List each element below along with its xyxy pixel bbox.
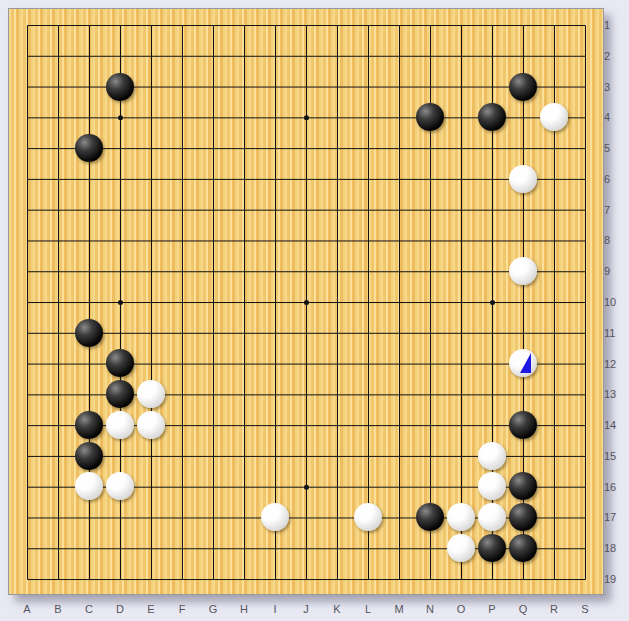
point-E11[interactable] [136,317,167,348]
point-G16[interactable] [198,471,229,502]
point-K14[interactable] [322,410,353,441]
point-B19[interactable] [43,563,74,594]
point-Q7[interactable] [508,194,539,225]
point-H6[interactable] [229,163,260,194]
point-K4[interactable] [322,102,353,133]
point-S14[interactable] [570,410,601,441]
point-H10[interactable] [229,286,260,317]
point-F11[interactable] [167,317,198,348]
point-N18[interactable] [415,533,446,564]
point-Q1[interactable] [508,10,539,41]
point-F18[interactable] [167,533,198,564]
point-R16[interactable] [539,471,570,502]
point-A9[interactable] [12,256,43,287]
point-A3[interactable] [12,71,43,102]
point-D5[interactable] [105,133,136,164]
point-A13[interactable] [12,379,43,410]
point-S18[interactable] [570,533,601,564]
point-R9[interactable] [539,256,570,287]
point-G14[interactable] [198,410,229,441]
point-D2[interactable] [105,40,136,71]
point-H8[interactable] [229,225,260,256]
point-S4[interactable] [570,102,601,133]
point-A11[interactable] [12,317,43,348]
point-R15[interactable] [539,440,570,471]
point-N14[interactable] [415,410,446,441]
point-L11[interactable] [353,317,384,348]
point-P16[interactable] [477,471,508,502]
point-K15[interactable] [322,440,353,471]
point-R18[interactable] [539,533,570,564]
point-R6[interactable] [539,163,570,194]
point-A16[interactable] [12,471,43,502]
point-J5[interactable] [291,133,322,164]
point-O8[interactable] [446,225,477,256]
point-E6[interactable] [136,163,167,194]
point-H1[interactable] [229,10,260,41]
point-B14[interactable] [43,410,74,441]
point-N4[interactable] [415,102,446,133]
point-O9[interactable] [446,256,477,287]
point-R4[interactable] [539,102,570,133]
point-Q11[interactable] [508,317,539,348]
point-L9[interactable] [353,256,384,287]
point-G18[interactable] [198,533,229,564]
point-K18[interactable] [322,533,353,564]
point-N13[interactable] [415,379,446,410]
point-S16[interactable] [570,471,601,502]
point-J1[interactable] [291,10,322,41]
point-R5[interactable] [539,133,570,164]
point-A8[interactable] [12,225,43,256]
point-D18[interactable] [105,533,136,564]
point-I18[interactable] [260,533,291,564]
point-R12[interactable] [539,348,570,379]
point-P13[interactable] [477,379,508,410]
point-A15[interactable] [12,440,43,471]
point-L14[interactable] [353,410,384,441]
point-G3[interactable] [198,71,229,102]
point-I1[interactable] [260,10,291,41]
point-L17[interactable] [353,502,384,533]
point-Q18[interactable] [508,533,539,564]
point-E14[interactable] [136,410,167,441]
point-F9[interactable] [167,256,198,287]
point-E1[interactable] [136,10,167,41]
point-H18[interactable] [229,533,260,564]
point-B6[interactable] [43,163,74,194]
point-H17[interactable] [229,502,260,533]
point-G7[interactable] [198,194,229,225]
point-M11[interactable] [384,317,415,348]
point-Q10[interactable] [508,286,539,317]
point-K1[interactable] [322,10,353,41]
point-C11[interactable] [74,317,105,348]
point-M5[interactable] [384,133,415,164]
point-L1[interactable] [353,10,384,41]
point-D3[interactable] [105,71,136,102]
point-K8[interactable] [322,225,353,256]
point-C8[interactable] [74,225,105,256]
point-B9[interactable] [43,256,74,287]
point-E3[interactable] [136,71,167,102]
point-L6[interactable] [353,163,384,194]
point-A18[interactable] [12,533,43,564]
point-E13[interactable] [136,379,167,410]
point-S8[interactable] [570,225,601,256]
point-H12[interactable] [229,348,260,379]
point-F14[interactable] [167,410,198,441]
point-K6[interactable] [322,163,353,194]
point-P19[interactable] [477,563,508,594]
point-B17[interactable] [43,502,74,533]
point-N16[interactable] [415,471,446,502]
point-J2[interactable] [291,40,322,71]
point-O17[interactable] [446,502,477,533]
point-C15[interactable] [74,440,105,471]
point-J18[interactable] [291,533,322,564]
point-M19[interactable] [384,563,415,594]
point-N2[interactable] [415,40,446,71]
point-H15[interactable] [229,440,260,471]
point-P9[interactable] [477,256,508,287]
point-K5[interactable] [322,133,353,164]
point-I3[interactable] [260,71,291,102]
point-E10[interactable] [136,286,167,317]
point-Q2[interactable] [508,40,539,71]
point-Q9[interactable] [508,256,539,287]
point-C13[interactable] [74,379,105,410]
point-F1[interactable] [167,10,198,41]
point-K16[interactable] [322,471,353,502]
point-O19[interactable] [446,563,477,594]
point-D14[interactable] [105,410,136,441]
point-L2[interactable] [353,40,384,71]
point-C19[interactable] [74,563,105,594]
point-S12[interactable] [570,348,601,379]
point-B8[interactable] [43,225,74,256]
point-N3[interactable] [415,71,446,102]
point-H2[interactable] [229,40,260,71]
point-D4[interactable] [105,102,136,133]
point-N6[interactable] [415,163,446,194]
point-K11[interactable] [322,317,353,348]
point-L15[interactable] [353,440,384,471]
point-G19[interactable] [198,563,229,594]
point-J7[interactable] [291,194,322,225]
point-C5[interactable] [74,133,105,164]
point-K17[interactable] [322,502,353,533]
point-D16[interactable] [105,471,136,502]
point-I9[interactable] [260,256,291,287]
point-S6[interactable] [570,163,601,194]
point-S3[interactable] [570,71,601,102]
point-E8[interactable] [136,225,167,256]
point-P2[interactable] [477,40,508,71]
point-I4[interactable] [260,102,291,133]
point-E19[interactable] [136,563,167,594]
point-N8[interactable] [415,225,446,256]
point-A12[interactable] [12,348,43,379]
point-L13[interactable] [353,379,384,410]
point-J4[interactable] [291,102,322,133]
point-C3[interactable] [74,71,105,102]
point-F7[interactable] [167,194,198,225]
point-C14[interactable] [74,410,105,441]
point-O14[interactable] [446,410,477,441]
point-G4[interactable] [198,102,229,133]
point-K19[interactable] [322,563,353,594]
point-M18[interactable] [384,533,415,564]
point-M15[interactable] [384,440,415,471]
point-N5[interactable] [415,133,446,164]
point-E16[interactable] [136,471,167,502]
point-B11[interactable] [43,317,74,348]
point-F4[interactable] [167,102,198,133]
point-A17[interactable] [12,502,43,533]
point-G15[interactable] [198,440,229,471]
point-M10[interactable] [384,286,415,317]
point-N12[interactable] [415,348,446,379]
point-C2[interactable] [74,40,105,71]
point-I16[interactable] [260,471,291,502]
point-H9[interactable] [229,256,260,287]
point-B1[interactable] [43,10,74,41]
point-A19[interactable] [12,563,43,594]
point-F19[interactable] [167,563,198,594]
point-G6[interactable] [198,163,229,194]
point-L4[interactable] [353,102,384,133]
point-I14[interactable] [260,410,291,441]
point-Q14[interactable] [508,410,539,441]
point-P12[interactable] [477,348,508,379]
point-G1[interactable] [198,10,229,41]
point-S5[interactable] [570,133,601,164]
point-K3[interactable] [322,71,353,102]
point-A4[interactable] [12,102,43,133]
point-D7[interactable] [105,194,136,225]
point-F10[interactable] [167,286,198,317]
point-F16[interactable] [167,471,198,502]
point-Q8[interactable] [508,225,539,256]
point-C9[interactable] [74,256,105,287]
point-E17[interactable] [136,502,167,533]
point-B7[interactable] [43,194,74,225]
point-P7[interactable] [477,194,508,225]
point-E9[interactable] [136,256,167,287]
point-D11[interactable] [105,317,136,348]
point-S2[interactable] [570,40,601,71]
point-F6[interactable] [167,163,198,194]
point-S19[interactable] [570,563,601,594]
point-N10[interactable] [415,286,446,317]
point-F15[interactable] [167,440,198,471]
point-P1[interactable] [477,10,508,41]
point-N19[interactable] [415,563,446,594]
point-D1[interactable] [105,10,136,41]
point-D15[interactable] [105,440,136,471]
point-R17[interactable] [539,502,570,533]
point-Q16[interactable] [508,471,539,502]
point-B13[interactable] [43,379,74,410]
point-J12[interactable] [291,348,322,379]
point-M7[interactable] [384,194,415,225]
point-O13[interactable] [446,379,477,410]
point-M9[interactable] [384,256,415,287]
point-G8[interactable] [198,225,229,256]
point-G9[interactable] [198,256,229,287]
point-L16[interactable] [353,471,384,502]
point-N15[interactable] [415,440,446,471]
point-M14[interactable] [384,410,415,441]
point-J17[interactable] [291,502,322,533]
point-J6[interactable] [291,163,322,194]
point-O11[interactable] [446,317,477,348]
point-R3[interactable] [539,71,570,102]
point-R13[interactable] [539,379,570,410]
point-I12[interactable] [260,348,291,379]
point-D8[interactable] [105,225,136,256]
point-S15[interactable] [570,440,601,471]
point-F2[interactable] [167,40,198,71]
point-O2[interactable] [446,40,477,71]
point-C10[interactable] [74,286,105,317]
point-H13[interactable] [229,379,260,410]
point-F8[interactable] [167,225,198,256]
point-G10[interactable] [198,286,229,317]
point-M13[interactable] [384,379,415,410]
point-H19[interactable] [229,563,260,594]
point-B16[interactable] [43,471,74,502]
point-P14[interactable] [477,410,508,441]
point-I19[interactable] [260,563,291,594]
point-H3[interactable] [229,71,260,102]
point-P17[interactable] [477,502,508,533]
point-A1[interactable] [12,10,43,41]
point-Q13[interactable] [508,379,539,410]
point-Q5[interactable] [508,133,539,164]
point-N9[interactable] [415,256,446,287]
point-O5[interactable] [446,133,477,164]
point-L12[interactable] [353,348,384,379]
point-I10[interactable] [260,286,291,317]
point-O4[interactable] [446,102,477,133]
point-D19[interactable] [105,563,136,594]
point-E2[interactable] [136,40,167,71]
point-I13[interactable] [260,379,291,410]
point-A14[interactable] [12,410,43,441]
point-B15[interactable] [43,440,74,471]
point-R19[interactable] [539,563,570,594]
point-S1[interactable] [570,10,601,41]
point-J8[interactable] [291,225,322,256]
point-B5[interactable] [43,133,74,164]
point-G2[interactable] [198,40,229,71]
point-M1[interactable] [384,10,415,41]
point-L3[interactable] [353,71,384,102]
point-J9[interactable] [291,256,322,287]
point-N7[interactable] [415,194,446,225]
point-R7[interactable] [539,194,570,225]
point-D6[interactable] [105,163,136,194]
point-S7[interactable] [570,194,601,225]
point-G17[interactable] [198,502,229,533]
point-L18[interactable] [353,533,384,564]
point-M12[interactable] [384,348,415,379]
point-I7[interactable] [260,194,291,225]
point-E7[interactable] [136,194,167,225]
point-P11[interactable] [477,317,508,348]
point-D12[interactable] [105,348,136,379]
point-R11[interactable] [539,317,570,348]
point-M4[interactable] [384,102,415,133]
point-H7[interactable] [229,194,260,225]
point-J11[interactable] [291,317,322,348]
point-N17[interactable] [415,502,446,533]
point-B2[interactable] [43,40,74,71]
point-P3[interactable] [477,71,508,102]
point-M8[interactable] [384,225,415,256]
point-R14[interactable] [539,410,570,441]
point-B12[interactable] [43,348,74,379]
point-H14[interactable] [229,410,260,441]
point-J16[interactable] [291,471,322,502]
point-B18[interactable] [43,533,74,564]
point-A6[interactable] [12,163,43,194]
point-F3[interactable] [167,71,198,102]
point-J13[interactable] [291,379,322,410]
point-G11[interactable] [198,317,229,348]
point-S13[interactable] [570,379,601,410]
point-K9[interactable] [322,256,353,287]
point-D17[interactable] [105,502,136,533]
point-E5[interactable] [136,133,167,164]
point-L7[interactable] [353,194,384,225]
point-N11[interactable] [415,317,446,348]
point-O3[interactable] [446,71,477,102]
point-G5[interactable] [198,133,229,164]
point-R8[interactable] [539,225,570,256]
point-O15[interactable] [446,440,477,471]
point-H5[interactable] [229,133,260,164]
point-M17[interactable] [384,502,415,533]
point-O18[interactable] [446,533,477,564]
point-H4[interactable] [229,102,260,133]
point-P8[interactable] [477,225,508,256]
point-L5[interactable] [353,133,384,164]
point-A2[interactable] [12,40,43,71]
point-P4[interactable] [477,102,508,133]
point-O10[interactable] [446,286,477,317]
point-B3[interactable] [43,71,74,102]
point-C17[interactable] [74,502,105,533]
point-M2[interactable] [384,40,415,71]
point-B10[interactable] [43,286,74,317]
point-Q17[interactable] [508,502,539,533]
point-H11[interactable] [229,317,260,348]
point-Q6[interactable] [508,163,539,194]
point-M16[interactable] [384,471,415,502]
point-F13[interactable] [167,379,198,410]
point-L8[interactable] [353,225,384,256]
point-Q12[interactable] [508,348,539,379]
point-P10[interactable] [477,286,508,317]
point-A7[interactable] [12,194,43,225]
point-J14[interactable] [291,410,322,441]
point-H16[interactable] [229,471,260,502]
point-R1[interactable] [539,10,570,41]
point-F12[interactable] [167,348,198,379]
